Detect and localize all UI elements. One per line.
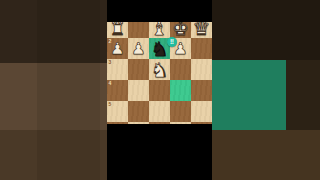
square-f4 <box>149 80 170 101</box>
square-g5 <box>128 101 149 122</box>
background-blur-right-top <box>212 0 320 60</box>
square-h2: 2♟ <box>107 38 128 59</box>
square-d6 <box>191 122 212 124</box>
white-rook: ♜ <box>109 22 125 38</box>
square-d4 <box>191 80 212 101</box>
brilliant-move-badge: !! <box>167 37 178 48</box>
video-strip: 1♜♝♚♛2♟♟♞♟3♞45 !! <box>107 0 212 180</box>
square-h5: 5 <box>107 101 128 122</box>
board-window: 1♜♝♚♛2♟♟♞♟3♞45 <box>107 22 212 124</box>
white-bishop: ♝ <box>151 22 168 38</box>
black-knight: ♞ <box>151 39 169 59</box>
square-g4 <box>128 80 149 101</box>
square-e1: ♚ <box>170 22 191 38</box>
background-blur-right-green-square <box>212 60 286 130</box>
square-d1: ♛ <box>191 22 212 38</box>
square-g3 <box>128 59 149 80</box>
square-f3: ♞ <box>149 59 170 80</box>
white-king: ♚ <box>172 22 189 38</box>
square-d2 <box>191 38 212 59</box>
square-g6 <box>128 122 149 124</box>
video-frame[interactable]: 1♜♝♚♛2♟♟♞♟3♞45 !! <box>0 0 320 180</box>
square-h3: 3 <box>107 59 128 80</box>
background-blur-right-bottom <box>212 130 320 180</box>
rank-label-4: 4 <box>109 81 112 86</box>
square-e6 <box>170 122 191 124</box>
white-pawn: ♟ <box>110 41 124 57</box>
background-blur-left-seam <box>37 0 100 180</box>
rank-label-2: 2 <box>109 39 112 44</box>
square-e4 <box>170 80 191 101</box>
white-queen: ♛ <box>193 22 211 38</box>
square-h6 <box>107 122 128 124</box>
square-d3 <box>191 59 212 80</box>
square-f6 <box>149 122 170 124</box>
square-e5 <box>170 101 191 122</box>
square-d5 <box>191 101 212 122</box>
square-f1: ♝ <box>149 22 170 38</box>
rank-label-3: 3 <box>109 60 112 65</box>
square-h1: 1♜ <box>107 22 128 38</box>
rank-label-5: 5 <box>109 102 112 107</box>
square-e3 <box>170 59 191 80</box>
square-f5 <box>149 101 170 122</box>
background-blur-right-middle <box>286 60 320 130</box>
white-pawn: ♟ <box>131 41 145 57</box>
square-g1 <box>128 22 149 38</box>
white-knight: ♞ <box>151 60 169 80</box>
chess-board: 1♜♝♚♛2♟♟♞♟3♞45 <box>107 22 212 124</box>
square-h4: 4 <box>107 80 128 101</box>
square-g2: ♟ <box>128 38 149 59</box>
rank-label-1: 1 <box>109 22 112 23</box>
